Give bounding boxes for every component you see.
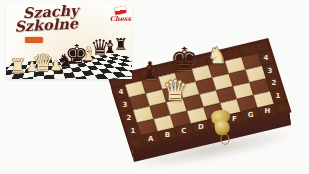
coord-label: 2 [272,79,277,87]
clasp [204,108,241,150]
coord-label: 4 [119,88,124,96]
coord-label: 1 [276,92,281,100]
coord-label: H [264,107,270,115]
promo-badge [25,37,43,43]
coord-label: 1 [131,127,136,135]
coord-label: A [148,134,153,142]
coord-label: 2 [127,114,132,122]
piece-white-knight: ♞ [204,45,230,67]
coord-label: C [181,126,186,134]
card-title: Szachy Szkolne [13,4,79,32]
coord-label: 3 [123,101,128,109]
coord-label: 3 [268,67,273,75]
clasp-ring-icon [220,133,230,145]
coord-label: B [165,130,170,138]
card-title-line2: Szkolne [14,14,79,34]
product-photo: 44332211ABCDEFGH ♝ ♚ ♞ ♛ Szachy Szkolne … [0,0,309,174]
polish-flag-icon [115,6,126,15]
brand-logo-text: Chess [109,15,132,23]
coord-label: D [198,122,204,130]
art-piece-black-rook: ♜ [110,37,132,53]
piece-black-bishop: ♝ [137,59,163,83]
brand-logo: Chess [109,6,132,24]
piece-black-king: ♚ [170,43,196,75]
piece-white-queen: ♛ [162,77,188,105]
coord-label: 4 [264,54,269,62]
coord-label: G [248,111,254,119]
artwork-card: Szachy Szkolne Chess ♜ ♟ ♛ ♟ ♞ ♚ ♝ ♛ ♝ ♜ [6,3,132,79]
